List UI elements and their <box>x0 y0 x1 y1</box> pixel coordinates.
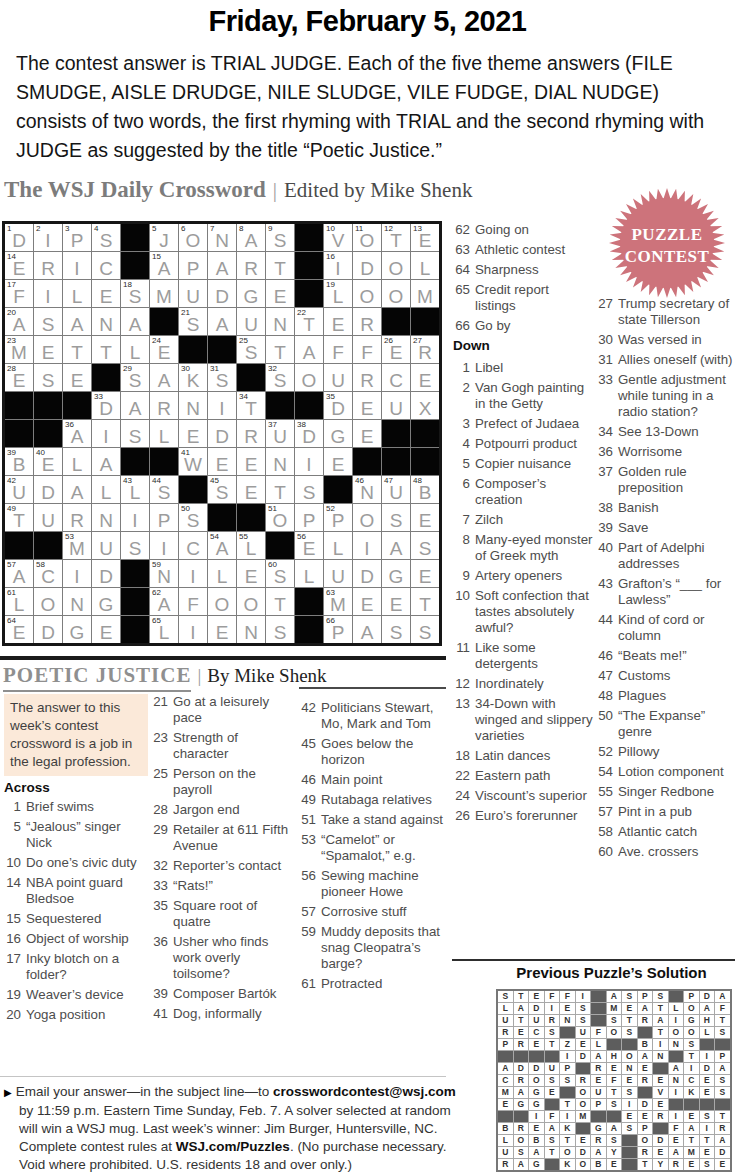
clue-text: Artery openers <box>475 568 593 584</box>
cell-letter: E <box>411 364 439 391</box>
grid-cell-black <box>150 308 178 335</box>
cell-letter: R <box>353 364 381 391</box>
cell-letter: G <box>533 1160 540 1169</box>
clue-number: 30 <box>596 332 613 348</box>
clue-column-across-2: 21Go at a leisurely pace23Strength of ch… <box>151 694 294 1026</box>
grid-cell: A <box>63 308 91 335</box>
solution-cell: A <box>514 1003 529 1014</box>
cell-letter: L <box>208 560 236 587</box>
grid-cell: D <box>92 560 120 587</box>
cell-letter: L <box>92 476 120 503</box>
cell-letter: R <box>595 1064 601 1073</box>
solution-cell-black <box>622 1147 637 1158</box>
cell-letter: A <box>150 364 178 391</box>
clue-number: 66 <box>453 318 470 334</box>
cell-letter: E <box>92 280 120 307</box>
cell-letter: E <box>564 1004 570 1013</box>
grid-cell: G <box>324 420 352 447</box>
grid-cell: 16I <box>324 252 352 279</box>
clue-number: 29 <box>151 822 168 854</box>
solution-cell: E <box>545 1087 560 1098</box>
clue-text: Atlantic catch <box>618 824 735 840</box>
cell-letter: S <box>626 992 632 1001</box>
clue-number: 15 <box>4 911 21 927</box>
cell-letter: E <box>63 364 91 391</box>
grid-cell: I <box>63 252 91 279</box>
solution-cell: D <box>529 1063 544 1074</box>
solution-cell: B <box>591 1159 606 1170</box>
grid-cell: D <box>208 280 236 307</box>
cell-letter: K <box>688 1088 694 1097</box>
clue-number: 60 <box>596 844 613 860</box>
cell-letter: Z <box>565 1040 570 1049</box>
cell-letter: A <box>121 308 149 335</box>
solution-cell: E <box>700 1075 715 1086</box>
grid-cell: S <box>266 616 294 643</box>
clue-number: 45 <box>299 736 316 768</box>
solution-cell: F <box>545 991 560 1002</box>
cell-letter: M <box>610 1004 617 1013</box>
clue-text: Singer Redbone <box>618 784 735 800</box>
grid-cell: N <box>237 616 265 643</box>
cell-letter: M <box>411 280 439 307</box>
grid-cell-black <box>150 448 178 475</box>
crossword-grid: 1D2I3P4S5J6O7N8A9S10V11O12T13E14ERIC15AP… <box>2 221 442 646</box>
cell-letter: Y <box>657 1160 663 1169</box>
cell-letter: I <box>208 392 236 419</box>
cell-letter: E <box>237 448 265 475</box>
section-separator: | <box>197 665 201 686</box>
solution-cell: R <box>498 1027 513 1038</box>
grid-cell: N <box>92 308 120 335</box>
solution-cell: H <box>607 1051 622 1062</box>
solution-cell: S <box>700 1159 715 1170</box>
clue-number: 50 <box>596 708 613 740</box>
cell-letter: A <box>595 1052 601 1061</box>
cell-letter: D <box>208 280 236 307</box>
solution-cell: D <box>653 1135 668 1146</box>
clue-text: Composer’s creation <box>475 476 593 508</box>
cell-letter: V <box>657 1088 663 1097</box>
clue: 28Jargon end <box>151 802 294 818</box>
cell-letter: U <box>324 364 352 391</box>
clue-text: Retailer at 611 Fifth Avenue <box>173 822 294 854</box>
solution-cell-black <box>498 1111 513 1122</box>
grid-cell-black <box>295 616 323 643</box>
cell-letter: H <box>611 1052 617 1061</box>
solution-cell: O <box>669 1027 684 1038</box>
clue-text: Muddy deposits that snag Cleopatra’s bar… <box>321 924 446 972</box>
solution-cell: O <box>638 1135 653 1146</box>
clue-text: Composer Bartók <box>173 986 294 1002</box>
grid-cell: 29S <box>121 364 149 391</box>
solution-cell: N <box>653 1051 668 1062</box>
cell-letter: L <box>503 1004 508 1013</box>
kicker-separator: | <box>273 178 277 202</box>
grid-cell: 20A <box>5 308 33 335</box>
cell-letter: I <box>690 1064 692 1073</box>
cell-letter: G <box>517 1100 524 1109</box>
clue-text: Weaver’s device <box>26 987 147 1003</box>
cell-letter: E <box>353 392 381 419</box>
cell-letter: I <box>92 420 120 447</box>
solution-cell-black <box>591 1003 606 1014</box>
grid-cell: I <box>295 448 323 475</box>
cell-letter: E <box>411 504 439 531</box>
cell-letter: A <box>611 1124 617 1133</box>
cell-letter: A <box>518 1088 524 1097</box>
solution-cell: E <box>529 1123 544 1134</box>
cell-letter: L <box>63 448 91 475</box>
solution-cell: L <box>700 1027 715 1038</box>
cell-letter: D <box>518 1064 524 1073</box>
clue-number: 1 <box>453 360 470 376</box>
cell-letter: U <box>179 280 207 307</box>
cell-letter: O <box>353 504 381 531</box>
clue: 5“Jealous” singer Nick <box>4 819 147 851</box>
solution-cell: O <box>576 1087 591 1098</box>
solution-title: Previous Puzzle’s Solution <box>488 964 735 981</box>
footer-text: Email your answer—in the subject line—to <box>16 1084 273 1099</box>
clue: 29Retailer at 611 Fifth Avenue <box>151 822 294 854</box>
grid-cell: 19L <box>324 280 352 307</box>
solution-cell: P <box>560 1063 575 1074</box>
cell-letter: E <box>237 476 265 503</box>
solution-cell: R <box>514 1123 529 1134</box>
clue-number: 36 <box>151 934 168 982</box>
puzzle-contest-badge: PUZZLE CONTEST <box>603 184 731 302</box>
grid-cell: I <box>121 504 149 531</box>
clue: 49Rutabaga relatives <box>299 792 446 808</box>
solution-cell: F <box>560 991 575 1002</box>
solution-cell: A <box>715 1135 730 1146</box>
clue: 57Corrosive stuff <box>299 904 446 920</box>
solution-cell-black <box>622 1135 637 1146</box>
clue-number: 34 <box>596 424 613 440</box>
clue-number: 23 <box>151 730 168 762</box>
clue: 20Yoga position <box>4 1007 147 1023</box>
grid-cell: T <box>266 476 294 503</box>
cell-letter: G <box>595 1124 602 1133</box>
clue: 36Worrisome <box>596 444 735 460</box>
clue: 25Person on the payroll <box>151 766 294 798</box>
cell-letter: E <box>324 448 352 475</box>
cell-letter: K <box>564 1124 570 1133</box>
clue-number: 33 <box>151 878 168 894</box>
cell-letter: E <box>673 1136 679 1145</box>
solution-cell: U <box>591 1087 606 1098</box>
solution-cell: S <box>622 1087 637 1098</box>
clue: 57Pint in a pub <box>596 804 735 820</box>
solution-cell: O <box>576 1099 591 1110</box>
grid-cell: O <box>382 280 410 307</box>
cell-letter: S <box>208 476 236 503</box>
solution-cell: E <box>560 1003 575 1014</box>
clue: 30Was versed in <box>596 332 735 348</box>
clue: 7Zilch <box>453 512 593 528</box>
cell-letter: E <box>688 1112 694 1121</box>
grid-cell: E <box>324 448 352 475</box>
solution-cell: I <box>653 1039 668 1050</box>
grid-cell-black <box>382 448 410 475</box>
cell-letter: I <box>535 1112 537 1121</box>
cell-letter: S <box>266 224 294 251</box>
cell-letter: D <box>533 1064 539 1073</box>
grid-cell: 63M <box>324 588 352 615</box>
grid-cell: E <box>208 616 236 643</box>
clue-text: Allies oneself (with) <box>618 352 735 368</box>
solution-cell: F <box>669 1123 684 1134</box>
cell-letter: D <box>34 616 62 643</box>
cell-letter: W <box>179 448 207 475</box>
grid-cell: E <box>179 420 207 447</box>
cell-letter: U <box>324 560 352 587</box>
clue-number: 8 <box>453 532 470 564</box>
solution-cell: L <box>498 1135 513 1146</box>
grid-cell: 30K <box>179 364 207 391</box>
cell-letter: E <box>92 616 120 643</box>
grid-cell: R <box>237 420 265 447</box>
clue-text: Like some detergents <box>475 640 593 672</box>
grid-cell-black <box>121 616 149 643</box>
grid-cell: 13E <box>411 224 439 251</box>
cell-letter: A <box>673 1148 679 1157</box>
clue-text: Pillowy <box>618 744 735 760</box>
grid-cell: 51O <box>266 504 294 531</box>
solution-cell: D <box>700 1063 715 1074</box>
cell-letter: E <box>704 1088 710 1097</box>
grid-cell-black <box>295 588 323 615</box>
solution-cell: D <box>576 1051 591 1062</box>
clue: 40Part of Adelphi addresses <box>596 540 735 572</box>
grid-cell: I <box>353 532 381 559</box>
solution-cell: U <box>545 1063 560 1074</box>
cell-letter: R <box>353 308 381 335</box>
clue-number: 11 <box>453 640 470 672</box>
cell-letter: R <box>518 1076 524 1085</box>
cell-letter: S <box>549 1028 555 1037</box>
clue-number: 41 <box>151 1006 168 1022</box>
cell-letter: T <box>518 1016 523 1025</box>
cell-letter: F <box>549 992 554 1001</box>
clue-number: 28 <box>151 802 168 818</box>
clue-number: 20 <box>4 1007 21 1023</box>
grid-cell: L <box>63 280 91 307</box>
cell-letter: I <box>179 616 207 643</box>
cell-letter: P <box>179 252 207 279</box>
grid-cell: 6O <box>179 224 207 251</box>
cell-letter: A <box>63 308 91 335</box>
grid-cell: A <box>382 532 410 559</box>
solution-cell: S <box>622 991 637 1002</box>
clue-text: Eastern path <box>475 768 593 784</box>
grid-cell: E <box>266 280 294 307</box>
clue-number: 5 <box>4 819 21 851</box>
cell-letter: O <box>353 280 381 307</box>
solution-cell: T <box>653 1027 668 1038</box>
cell-letter: O <box>579 1088 586 1097</box>
clue-text: Dog, informally <box>173 1006 294 1022</box>
clue-column-across-3: 42Politicians Stewart, Mo, Mark and Tom4… <box>299 700 446 996</box>
solution-cell: E <box>576 1135 591 1146</box>
solution-cell: A <box>715 1063 730 1074</box>
cell-letter: E <box>626 1004 632 1013</box>
footer-bold-text: crosswordcontest@wsj.com <box>273 1084 456 1099</box>
solution-cell: E <box>622 1111 637 1122</box>
clue: 56Sewing machine pioneer Howe <box>299 868 446 900</box>
clue-text: Do one’s civic duty <box>26 855 147 871</box>
cell-letter: S <box>34 308 62 335</box>
cell-letter: P <box>642 1124 648 1133</box>
cell-letter: S <box>121 364 149 391</box>
cell-letter: G <box>533 1100 540 1109</box>
grid-cell: 33D <box>92 392 120 419</box>
cell-letter: S <box>719 1076 725 1085</box>
solution-cell: R <box>498 1159 513 1170</box>
cell-letter: F <box>5 280 33 307</box>
solution-cell: S <box>560 1075 575 1086</box>
clue-number: 58 <box>596 824 613 840</box>
clue-text: NBA point guard Bledsoe <box>26 875 147 907</box>
grid-cell: T <box>266 336 294 363</box>
clue-number: 14 <box>4 875 21 907</box>
solution-cell: G <box>529 1099 544 1110</box>
clue-text: Zilch <box>475 512 593 528</box>
solution-cell: A <box>607 1123 622 1134</box>
clue: 41Dog, informally <box>151 1006 294 1022</box>
solution-cell: I <box>576 991 591 1002</box>
grid-cell: 59N <box>150 560 178 587</box>
clue-text: Copier nuisance <box>475 456 593 472</box>
cell-letter: I <box>706 1052 708 1061</box>
cell-letter: D <box>719 1148 725 1157</box>
solution-cell: R <box>669 1159 684 1170</box>
clue-number: 61 <box>299 976 316 992</box>
clue: 21Go at a leisurely pace <box>151 694 294 726</box>
grid-cell: 18S <box>121 280 149 307</box>
cell-letter: O <box>237 588 265 615</box>
cell-letter: T <box>704 1136 709 1145</box>
cell-letter: S <box>611 1016 617 1025</box>
clue: 31Allies oneself (with) <box>596 352 735 368</box>
cell-letter: A <box>673 1064 679 1073</box>
cell-letter: T <box>658 1028 663 1037</box>
cell-letter: B <box>411 476 439 503</box>
clue-number: 21 <box>151 694 168 726</box>
grid-cell: F <box>353 336 381 363</box>
clue: 39Composer Bartók <box>151 986 294 1002</box>
grid-cell: O <box>382 252 410 279</box>
solution-cell: A <box>638 1051 653 1062</box>
solution-cell: R <box>514 1039 529 1050</box>
cell-letter: A <box>533 1148 539 1157</box>
solution-cell: O <box>607 1027 622 1038</box>
grid-cell: P <box>179 252 207 279</box>
grid-cell-black <box>411 420 439 447</box>
grid-cell: L <box>121 336 149 363</box>
grid-cell: S <box>121 532 149 559</box>
clue: 55Singer Redbone <box>596 784 735 800</box>
cell-letter: A <box>92 448 120 475</box>
solution-cell-black <box>715 1099 730 1110</box>
cell-letter: S <box>719 1088 725 1097</box>
cell-letter: P <box>63 224 91 251</box>
cell-letter: R <box>518 1124 524 1133</box>
cell-letter: T <box>266 588 294 615</box>
solution-cell-black <box>529 1051 544 1062</box>
grid-cell: 25S <box>237 336 265 363</box>
cell-letter: A <box>150 588 178 615</box>
cell-letter: C <box>502 1076 508 1085</box>
clue-number: 51 <box>299 812 316 828</box>
solution-cell: B <box>638 1039 653 1050</box>
clue-number: 9 <box>453 568 470 584</box>
solution-cell: T <box>560 1099 575 1110</box>
cell-letter: N <box>353 476 381 503</box>
grid-cell: E <box>237 476 265 503</box>
cell-letter: I <box>675 1088 677 1097</box>
cell-letter: J <box>150 224 178 251</box>
solution-cell-black <box>545 1159 560 1170</box>
clue-text: Protracted <box>321 976 446 992</box>
cell-letter: N <box>237 616 265 643</box>
solution-cell: I <box>700 1051 715 1062</box>
clue: 15Sequestered <box>4 911 147 927</box>
cell-letter: U <box>237 308 265 335</box>
cell-letter: A <box>295 336 323 363</box>
clue-text: Sewing machine pioneer Howe <box>321 868 446 900</box>
clue-number: 35 <box>151 898 168 930</box>
grid-cell: I <box>150 532 178 559</box>
cell-letter: O <box>208 588 236 615</box>
grid-cell: S <box>121 420 149 447</box>
grid-cell: R <box>237 252 265 279</box>
cell-letter: I <box>582 992 584 1001</box>
cell-letter: E <box>5 364 33 391</box>
previous-solution-grid: STEFFIASPSPDALADIESMEATLOAFUTURNSSTRAIGH… <box>496 989 732 1172</box>
solution-cell: G <box>591 1123 606 1134</box>
solution-cell: D <box>715 1147 730 1158</box>
cell-letter: A <box>595 1148 601 1157</box>
clue-number: 36 <box>596 444 613 460</box>
cell-letter: G <box>382 560 410 587</box>
cell-letter: E <box>353 420 381 447</box>
grid-cell-black <box>34 532 62 559</box>
clue-number: 46 <box>596 648 613 664</box>
clue-number: 48 <box>596 688 613 704</box>
solution-cell: D <box>700 991 715 1002</box>
cell-letter: O <box>353 224 381 251</box>
cell-letter: T <box>689 1136 694 1145</box>
cell-letter: E <box>411 224 439 251</box>
cell-letter: T <box>611 1088 616 1097</box>
solution-cell: E <box>622 1075 637 1086</box>
solution-cell-black <box>576 1063 591 1074</box>
clue: 4Potpourri product <box>453 436 593 452</box>
cell-letter: G <box>533 1088 540 1097</box>
solution-cell: B <box>529 1135 544 1146</box>
cell-letter: U <box>266 420 294 447</box>
solution-cell: S <box>684 1039 699 1050</box>
cell-letter: T <box>642 1160 647 1169</box>
cell-letter: T <box>237 392 265 419</box>
solution-cell-black <box>684 1099 699 1110</box>
cell-letter: P <box>324 504 352 531</box>
grid-cell: 38D <box>295 420 323 447</box>
cell-letter: S <box>626 1124 632 1133</box>
clue-number: 43 <box>596 576 613 608</box>
clue-text: Ave. crossers <box>618 844 735 860</box>
